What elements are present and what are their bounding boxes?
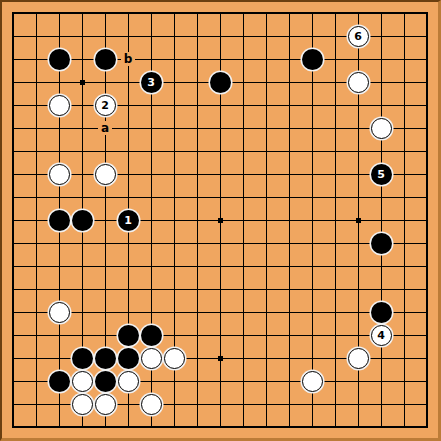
grid-line-horizontal xyxy=(12,243,428,244)
grid-line-horizontal xyxy=(12,312,428,313)
white-stone xyxy=(72,371,93,392)
white-stone-move-2: 2 xyxy=(95,95,116,116)
white-stone xyxy=(95,164,116,185)
black-stone xyxy=(95,371,116,392)
grid-line-horizontal xyxy=(12,426,428,428)
star-point xyxy=(80,80,85,85)
black-stone xyxy=(118,325,139,346)
star-point xyxy=(356,218,361,223)
white-stone xyxy=(141,394,162,415)
black-stone xyxy=(95,49,116,70)
black-stone-move-1: 1 xyxy=(118,210,139,231)
white-stone xyxy=(49,95,70,116)
grid-line-vertical xyxy=(381,12,382,428)
grid-line-vertical xyxy=(426,12,428,428)
black-stone-move-5: 5 xyxy=(371,164,392,185)
white-stone-move-4: 4 xyxy=(371,325,392,346)
point-label-a: a xyxy=(98,121,112,135)
black-stone xyxy=(141,325,162,346)
black-stone xyxy=(72,348,93,369)
grid-line-vertical xyxy=(266,12,267,428)
white-stone-move-6: 6 xyxy=(348,26,369,47)
white-stone xyxy=(348,348,369,369)
white-stone xyxy=(164,348,185,369)
grid-line-vertical xyxy=(289,12,290,428)
white-stone xyxy=(348,72,369,93)
black-stone xyxy=(371,233,392,254)
grid-line-horizontal xyxy=(12,335,428,336)
grid-line-horizontal xyxy=(12,289,428,290)
grid-line-vertical xyxy=(335,12,336,428)
grid-line-vertical xyxy=(312,12,313,428)
point-label-b: b xyxy=(121,52,135,66)
grid-line-vertical xyxy=(243,12,244,428)
white-stone xyxy=(302,371,323,392)
black-stone xyxy=(72,210,93,231)
white-stone xyxy=(49,302,70,323)
black-stone-move-3: 3 xyxy=(141,72,162,93)
go-board: ab351624 xyxy=(0,0,441,441)
white-stone xyxy=(371,118,392,139)
star-point xyxy=(218,218,223,223)
star-point xyxy=(218,356,223,361)
white-stone xyxy=(49,164,70,185)
white-stone xyxy=(118,371,139,392)
black-stone xyxy=(49,210,70,231)
white-stone xyxy=(95,394,116,415)
black-stone xyxy=(95,348,116,369)
black-stone xyxy=(210,72,231,93)
black-stone xyxy=(49,371,70,392)
grid-line-vertical xyxy=(404,12,405,428)
black-stone xyxy=(118,348,139,369)
white-stone xyxy=(141,348,162,369)
black-stone xyxy=(371,302,392,323)
black-stone xyxy=(49,49,70,70)
black-stone xyxy=(302,49,323,70)
grid-line-horizontal xyxy=(12,266,428,267)
white-stone xyxy=(72,394,93,415)
